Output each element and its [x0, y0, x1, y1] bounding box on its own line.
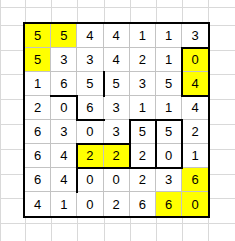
- cell-r5c1[interactable]: 6: [25, 120, 51, 144]
- cell-r5c6[interactable]: 5: [156, 120, 182, 144]
- cell-r8c4[interactable]: 2: [104, 192, 130, 216]
- cell-r7c5[interactable]: 2: [130, 168, 156, 192]
- cell-r5c3[interactable]: 0: [77, 120, 103, 144]
- cell-r1c4[interactable]: 4: [104, 24, 130, 48]
- cell-r1c6[interactable]: 1: [156, 24, 182, 48]
- cell-r4c7[interactable]: 4: [182, 96, 208, 120]
- cell-r4c2[interactable]: 0: [51, 96, 77, 120]
- cell-r8c1[interactable]: 4: [25, 192, 51, 216]
- cell-r6c1[interactable]: 6: [25, 144, 51, 168]
- cell-r4c5[interactable]: 1: [130, 96, 156, 120]
- cell-r7c1[interactable]: 6: [25, 168, 51, 192]
- cell-r8c2[interactable]: 1: [51, 192, 77, 216]
- cell-r6c7[interactable]: 1: [182, 144, 208, 168]
- cell-r7c7[interactable]: 6: [182, 168, 208, 192]
- cell-r3c5[interactable]: 3: [130, 72, 156, 96]
- cell-r5c4[interactable]: 3: [104, 120, 130, 144]
- dominosa-puzzle-screen: 5544113533421016553542063114630355264222…: [0, 0, 235, 241]
- cell-r8c7[interactable]: 0: [182, 192, 208, 216]
- cell-r6c2[interactable]: 4: [51, 144, 77, 168]
- cell-r1c7[interactable]: 3: [182, 24, 208, 48]
- cell-r8c3[interactable]: 0: [77, 192, 103, 216]
- cell-r3c6[interactable]: 5: [156, 72, 182, 96]
- cell-r3c7[interactable]: 4: [182, 72, 208, 96]
- cell-r2c5[interactable]: 2: [130, 48, 156, 72]
- cell-r2c6[interactable]: 1: [156, 48, 182, 72]
- cell-r8c5[interactable]: 6: [130, 192, 156, 216]
- cell-r3c3[interactable]: 5: [77, 72, 103, 96]
- cell-r6c5[interactable]: 2: [130, 144, 156, 168]
- cell-r7c4[interactable]: 0: [104, 168, 130, 192]
- cell-r4c3[interactable]: 6: [77, 96, 103, 120]
- cell-r2c7[interactable]: 0: [182, 48, 208, 72]
- cell-r3c4[interactable]: 5: [104, 72, 130, 96]
- cell-r6c6[interactable]: 0: [156, 144, 182, 168]
- cell-r7c6[interactable]: 3: [156, 168, 182, 192]
- cell-r1c5[interactable]: 1: [130, 24, 156, 48]
- cell-r1c2[interactable]: 5: [51, 24, 77, 48]
- cell-r4c6[interactable]: 1: [156, 96, 182, 120]
- cell-r3c1[interactable]: 1: [25, 72, 51, 96]
- board: 5544113533421016553542063114630355264222…: [23, 22, 210, 218]
- cell-r2c3[interactable]: 3: [77, 48, 103, 72]
- cell-r5c7[interactable]: 2: [182, 120, 208, 144]
- cell-r1c3[interactable]: 4: [77, 24, 103, 48]
- cell-r3c2[interactable]: 6: [51, 72, 77, 96]
- cell-r4c1[interactable]: 2: [25, 96, 51, 120]
- cell-r2c4[interactable]: 4: [104, 48, 130, 72]
- cell-r8c6[interactable]: 6: [156, 192, 182, 216]
- cell-r5c2[interactable]: 3: [51, 120, 77, 144]
- cell-r2c2[interactable]: 3: [51, 48, 77, 72]
- cell-r7c2[interactable]: 4: [51, 168, 77, 192]
- cell-r5c5[interactable]: 5: [130, 120, 156, 144]
- cell-r6c3[interactable]: 2: [77, 144, 103, 168]
- cell-r6c4[interactable]: 2: [104, 144, 130, 168]
- cell-r2c1[interactable]: 5: [25, 48, 51, 72]
- cell-r4c4[interactable]: 3: [104, 96, 130, 120]
- cell-r1c1[interactable]: 5: [25, 24, 51, 48]
- cell-r7c3[interactable]: 0: [77, 168, 103, 192]
